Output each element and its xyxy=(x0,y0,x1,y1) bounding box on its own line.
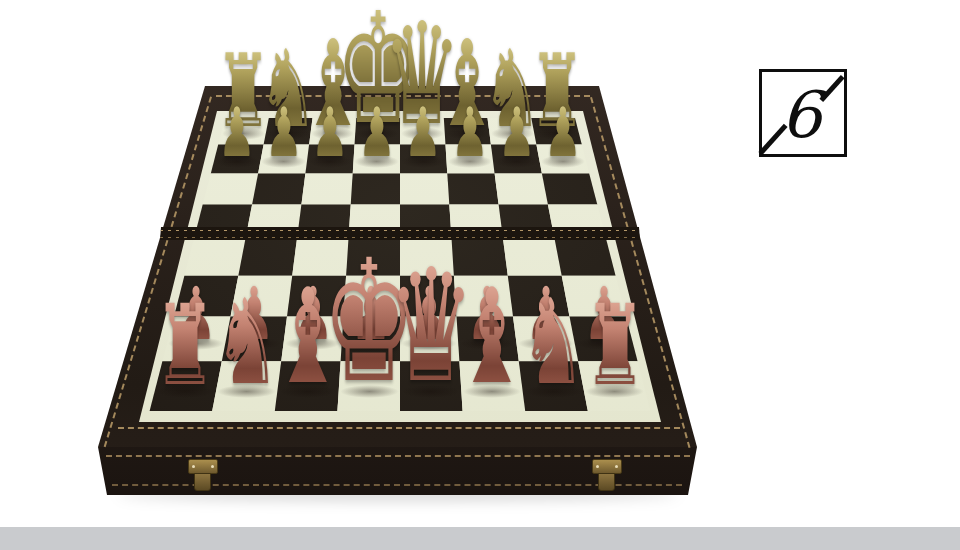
piece-wP: ♟ xyxy=(404,100,442,168)
clasp-hasp xyxy=(598,473,615,491)
diagonal-slash-icon xyxy=(819,75,844,102)
piece-bN: ♞ xyxy=(214,283,280,401)
brass-clasp-right xyxy=(592,459,622,493)
piece-bN: ♞ xyxy=(520,283,586,401)
badge-number: 6 xyxy=(781,78,822,152)
piece-wP: ♟ xyxy=(498,100,536,168)
piece-wP: ♟ xyxy=(265,100,303,168)
screw-icon xyxy=(596,465,599,468)
piece-wP: ♟ xyxy=(311,100,349,168)
piece-wP: ♟ xyxy=(218,100,256,168)
piece-bB: ♝ xyxy=(456,271,529,402)
image-counter-badge: 6 xyxy=(759,69,847,157)
piece-wP: ♟ xyxy=(451,100,489,168)
piece-bR: ♜ xyxy=(584,289,646,400)
piece-bR: ♜ xyxy=(154,289,216,400)
brass-clasp-left xyxy=(188,459,218,493)
product-photo-chess-set: ♜♞♝♚♛♝♞♜♟♟♟♟♟♟♟♟♟♟♟♟♟♟♟♟♜♞♝♚♛♝♞♜ 6 xyxy=(0,0,960,550)
piece-wP: ♟ xyxy=(358,100,396,168)
screw-icon xyxy=(192,465,195,468)
screw-icon xyxy=(615,465,618,468)
screw-icon xyxy=(211,465,214,468)
clasp-hasp xyxy=(194,473,211,491)
piece-wP: ♟ xyxy=(544,100,582,168)
